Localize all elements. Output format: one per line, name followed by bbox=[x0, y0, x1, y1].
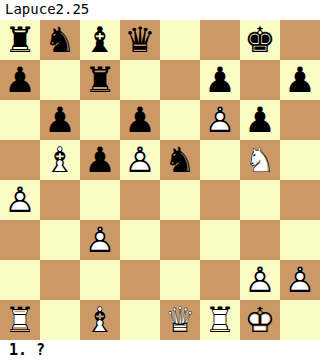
square-c5[interactable]: ♟ bbox=[80, 140, 120, 180]
piece-fill: ♟ bbox=[280, 60, 320, 100]
square-c6[interactable] bbox=[80, 100, 120, 140]
square-b1[interactable] bbox=[40, 300, 80, 340]
window-title: Lapuce2.25 bbox=[0, 0, 320, 20]
square-d6[interactable]: ♟ bbox=[120, 100, 160, 140]
square-d1[interactable] bbox=[120, 300, 160, 340]
square-c3[interactable]: ♟♙ bbox=[80, 220, 120, 260]
square-a5[interactable] bbox=[0, 140, 40, 180]
square-e8[interactable] bbox=[160, 20, 200, 60]
square-g8[interactable]: ♚ bbox=[240, 20, 280, 60]
square-g2[interactable]: ♟♙ bbox=[240, 260, 280, 300]
piece-outline: ♕ bbox=[160, 300, 200, 340]
piece-outline: ♔ bbox=[240, 300, 280, 340]
piece-white-queen[interactable]: ♛♕ bbox=[160, 300, 200, 340]
square-c7[interactable]: ♜ bbox=[80, 60, 120, 100]
square-e1[interactable]: ♛♕ bbox=[160, 300, 200, 340]
piece-white-rook[interactable]: ♜♖ bbox=[200, 300, 240, 340]
piece-black-pawn[interactable]: ♟ bbox=[280, 60, 320, 100]
square-a8[interactable]: ♜ bbox=[0, 20, 40, 60]
piece-white-pawn[interactable]: ♟♙ bbox=[0, 180, 40, 220]
square-h6[interactable] bbox=[280, 100, 320, 140]
piece-fill: ♟ bbox=[120, 100, 160, 140]
square-e3[interactable] bbox=[160, 220, 200, 260]
piece-black-knight[interactable]: ♞ bbox=[160, 140, 200, 180]
piece-black-rook[interactable]: ♜ bbox=[80, 60, 120, 100]
square-g7[interactable] bbox=[240, 60, 280, 100]
piece-white-pawn[interactable]: ♟♙ bbox=[280, 260, 320, 300]
piece-black-pawn[interactable]: ♟ bbox=[0, 60, 40, 100]
piece-black-bishop[interactable]: ♝ bbox=[80, 20, 120, 60]
piece-fill: ♟ bbox=[80, 140, 120, 180]
square-g1[interactable]: ♚♔ bbox=[240, 300, 280, 340]
square-e6[interactable] bbox=[160, 100, 200, 140]
piece-white-pawn[interactable]: ♟♙ bbox=[200, 100, 240, 140]
square-c4[interactable] bbox=[80, 180, 120, 220]
square-e2[interactable] bbox=[160, 260, 200, 300]
piece-outline: ♙ bbox=[0, 180, 40, 220]
square-a3[interactable] bbox=[0, 220, 40, 260]
piece-outline: ♙ bbox=[200, 100, 240, 140]
piece-outline: ♙ bbox=[120, 140, 160, 180]
square-b5[interactable]: ♝♗ bbox=[40, 140, 80, 180]
square-g6[interactable]: ♟ bbox=[240, 100, 280, 140]
square-e5[interactable]: ♞ bbox=[160, 140, 200, 180]
square-f1[interactable]: ♜♖ bbox=[200, 300, 240, 340]
piece-fill: ♟ bbox=[240, 100, 280, 140]
square-c2[interactable] bbox=[80, 260, 120, 300]
square-f4[interactable] bbox=[200, 180, 240, 220]
square-d2[interactable] bbox=[120, 260, 160, 300]
piece-black-pawn[interactable]: ♟ bbox=[120, 100, 160, 140]
piece-black-pawn[interactable]: ♟ bbox=[240, 100, 280, 140]
piece-outline: ♙ bbox=[280, 260, 320, 300]
piece-black-pawn[interactable]: ♟ bbox=[80, 140, 120, 180]
square-b8[interactable]: ♞ bbox=[40, 20, 80, 60]
piece-black-queen[interactable]: ♛ bbox=[120, 20, 160, 60]
square-c1[interactable]: ♝♗ bbox=[80, 300, 120, 340]
square-f8[interactable] bbox=[200, 20, 240, 60]
piece-outline: ♖ bbox=[200, 300, 240, 340]
chess-board: ♜♞♝♛♚♟♜♟♟♟♟♟♙♟♝♗♟♟♙♞♞♘♟♙♟♙♟♙♟♙♜♖♝♗♛♕♜♖♚♔ bbox=[0, 20, 320, 340]
piece-outline: ♗ bbox=[80, 300, 120, 340]
piece-black-king[interactable]: ♚ bbox=[240, 20, 280, 60]
square-h5[interactable] bbox=[280, 140, 320, 180]
square-e7[interactable] bbox=[160, 60, 200, 100]
square-d8[interactable]: ♛ bbox=[120, 20, 160, 60]
square-a2[interactable] bbox=[0, 260, 40, 300]
square-h7[interactable]: ♟ bbox=[280, 60, 320, 100]
square-h4[interactable] bbox=[280, 180, 320, 220]
piece-white-pawn[interactable]: ♟♙ bbox=[240, 260, 280, 300]
square-f2[interactable] bbox=[200, 260, 240, 300]
piece-fill: ♟ bbox=[200, 60, 240, 100]
square-c8[interactable]: ♝ bbox=[80, 20, 120, 60]
piece-black-rook[interactable]: ♜ bbox=[0, 20, 40, 60]
square-h2[interactable]: ♟♙ bbox=[280, 260, 320, 300]
square-b2[interactable] bbox=[40, 260, 80, 300]
piece-fill: ♜ bbox=[0, 20, 40, 60]
piece-fill: ♞ bbox=[40, 20, 80, 60]
square-b6[interactable]: ♟ bbox=[40, 100, 80, 140]
piece-black-pawn[interactable]: ♟ bbox=[200, 60, 240, 100]
square-b4[interactable] bbox=[40, 180, 80, 220]
piece-white-pawn[interactable]: ♟♙ bbox=[80, 220, 120, 260]
square-a6[interactable] bbox=[0, 100, 40, 140]
square-f6[interactable]: ♟♙ bbox=[200, 100, 240, 140]
piece-fill: ♞ bbox=[160, 140, 200, 180]
piece-outline: ♖ bbox=[0, 300, 40, 340]
square-a7[interactable]: ♟ bbox=[0, 60, 40, 100]
piece-outline: ♘ bbox=[240, 140, 280, 180]
piece-white-knight[interactable]: ♞♘ bbox=[240, 140, 280, 180]
piece-white-bishop[interactable]: ♝♗ bbox=[40, 140, 80, 180]
square-g5[interactable]: ♞♘ bbox=[240, 140, 280, 180]
square-e4[interactable] bbox=[160, 180, 200, 220]
move-prompt: 1. ? bbox=[0, 340, 320, 360]
piece-white-pawn[interactable]: ♟♙ bbox=[120, 140, 160, 180]
piece-fill: ♚ bbox=[240, 20, 280, 60]
square-a4[interactable]: ♟♙ bbox=[0, 180, 40, 220]
square-h1[interactable] bbox=[280, 300, 320, 340]
square-f7[interactable]: ♟ bbox=[200, 60, 240, 100]
piece-white-rook[interactable]: ♜♖ bbox=[0, 300, 40, 340]
square-b3[interactable] bbox=[40, 220, 80, 260]
piece-fill: ♟ bbox=[0, 60, 40, 100]
square-b7[interactable] bbox=[40, 60, 80, 100]
piece-white-king[interactable]: ♚♔ bbox=[240, 300, 280, 340]
piece-fill: ♜ bbox=[80, 60, 120, 100]
piece-outline: ♗ bbox=[40, 140, 80, 180]
square-f5[interactable] bbox=[200, 140, 240, 180]
square-g4[interactable] bbox=[240, 180, 280, 220]
square-d4[interactable] bbox=[120, 180, 160, 220]
square-d5[interactable]: ♟♙ bbox=[120, 140, 160, 180]
piece-white-bishop[interactable]: ♝♗ bbox=[80, 300, 120, 340]
piece-outline: ♙ bbox=[80, 220, 120, 260]
square-f3[interactable] bbox=[200, 220, 240, 260]
square-h3[interactable] bbox=[280, 220, 320, 260]
piece-fill: ♟ bbox=[40, 100, 80, 140]
square-g3[interactable] bbox=[240, 220, 280, 260]
piece-black-pawn[interactable]: ♟ bbox=[40, 100, 80, 140]
square-d3[interactable] bbox=[120, 220, 160, 260]
piece-fill: ♛ bbox=[120, 20, 160, 60]
square-h8[interactable] bbox=[280, 20, 320, 60]
square-a1[interactable]: ♜♖ bbox=[0, 300, 40, 340]
piece-black-knight[interactable]: ♞ bbox=[40, 20, 80, 60]
piece-fill: ♝ bbox=[80, 20, 120, 60]
square-d7[interactable] bbox=[120, 60, 160, 100]
piece-outline: ♙ bbox=[240, 260, 280, 300]
